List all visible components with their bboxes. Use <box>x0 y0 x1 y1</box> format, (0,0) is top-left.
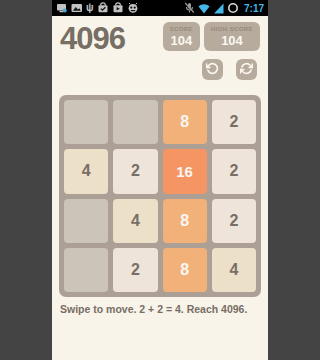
battery-circle-icon <box>227 2 239 14</box>
play-store-icon <box>112 2 124 14</box>
board[interactable]: 8242162482284 <box>59 95 261 297</box>
android-status-bar[interactable]: ψ 7:17 <box>52 0 268 16</box>
tile-8: 8 <box>163 248 207 292</box>
play-store-check-icon <box>97 2 109 14</box>
undo-icon <box>206 61 219 79</box>
score-badge: SCORE 104 <box>163 22 200 51</box>
tile-4: 4 <box>113 199 157 243</box>
tile-4: 4 <box>212 248 256 292</box>
empty-cell <box>113 100 157 144</box>
undo-button[interactable] <box>202 59 223 80</box>
usb-debugging-icon <box>56 2 68 14</box>
tile-8: 8 <box>163 100 207 144</box>
gallery-icon <box>71 2 83 14</box>
high-score-badge: HIGH SCORE 104 <box>204 22 260 51</box>
tile-4: 4 <box>64 149 108 193</box>
tile-2: 2 <box>113 149 157 193</box>
score-badges: SCORE 104 HIGH SCORE 104 <box>163 22 260 51</box>
restart-button[interactable] <box>236 59 257 80</box>
tile-2: 2 <box>212 149 256 193</box>
cyanogenmod-icon <box>127 2 139 14</box>
score-value: 104 <box>170 33 192 48</box>
score-label: SCORE <box>170 26 193 33</box>
clock: 7:17 <box>244 3 264 14</box>
signal-icon <box>213 2 224 14</box>
control-buttons <box>202 59 257 80</box>
restart-icon <box>240 61 253 79</box>
wifi-icon <box>198 2 210 14</box>
tile-8: 8 <box>163 199 207 243</box>
header-right: SCORE 104 HIGH SCORE 104 <box>163 22 260 80</box>
tile-16: 16 <box>163 149 207 193</box>
tile-2: 2 <box>212 100 256 144</box>
tile-2: 2 <box>212 199 256 243</box>
empty-cell <box>64 199 108 243</box>
phone-screen: ψ 7:17 4096 SCORE 10 <box>52 0 268 360</box>
empty-cell <box>64 100 108 144</box>
empty-cell <box>64 248 108 292</box>
instruction-text: Swipe to move. 2 + 2 = 4. Reach 4096. <box>60 303 260 315</box>
tile-2: 2 <box>113 248 157 292</box>
mic-muted-icon <box>184 2 195 14</box>
game-header: 4096 SCORE 104 HIGH SCORE 104 <box>52 16 268 80</box>
high-score-label: HIGH SCORE <box>211 26 253 33</box>
high-score-value: 104 <box>221 33 243 48</box>
usb-icon: ψ <box>86 2 94 14</box>
page-title: 4096 <box>60 22 125 56</box>
